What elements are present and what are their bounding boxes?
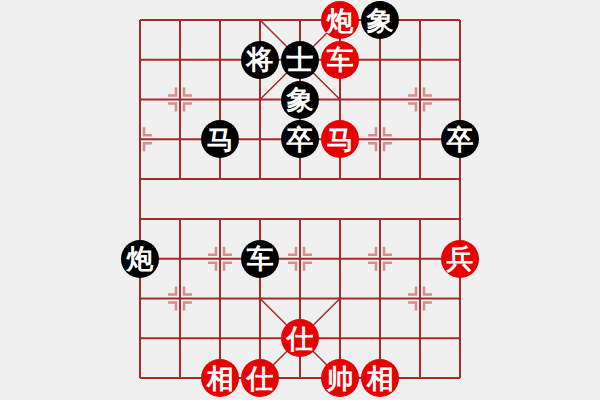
black-elephant-piece[interactable]: 象 <box>281 81 319 119</box>
red-elephant-piece[interactable]: 相 <box>361 359 399 397</box>
black-cannon-piece[interactable]: 炮 <box>121 240 159 278</box>
pieces-layer: 炮象将士车象马卒马卒炮车兵仕相仕帅相 <box>0 0 600 400</box>
red-chariot-piece[interactable]: 车 <box>321 41 359 79</box>
black-soldier-piece[interactable]: 卒 <box>281 120 319 158</box>
black-soldier-piece[interactable]: 卒 <box>441 120 479 158</box>
red-soldier-piece[interactable]: 兵 <box>441 240 479 278</box>
red-general-piece[interactable]: 帅 <box>321 359 359 397</box>
xiangqi-board: 炮象将士车象马卒马卒炮车兵仕相仕帅相 <box>0 0 600 400</box>
red-advisor-piece[interactable]: 仕 <box>241 359 279 397</box>
red-horse-piece[interactable]: 马 <box>321 120 359 158</box>
black-elephant-piece[interactable]: 象 <box>361 1 399 39</box>
red-elephant-piece[interactable]: 相 <box>201 359 239 397</box>
red-cannon-piece[interactable]: 炮 <box>321 1 359 39</box>
black-general-piece[interactable]: 将 <box>241 41 279 79</box>
red-advisor-piece[interactable]: 仕 <box>281 319 319 357</box>
black-horse-piece[interactable]: 马 <box>201 120 239 158</box>
black-advisor-piece[interactable]: 士 <box>281 41 319 79</box>
black-chariot-piece[interactable]: 车 <box>241 240 279 278</box>
